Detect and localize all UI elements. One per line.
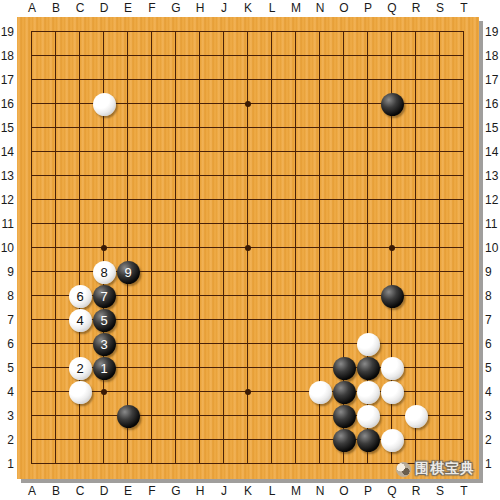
black-stone-O3 [333,405,356,428]
coord-label: 8 [0,284,16,308]
coord-label: 14 [0,140,16,164]
white-stone-C5: 2 [69,357,92,380]
coord-label: 14 [484,140,500,164]
white-stone-C8: 6 [69,285,92,308]
coord-label: Q [380,483,404,499]
black-stone-O5 [333,357,356,380]
black-stone-P5 [357,357,380,380]
coord-label: 3 [0,404,16,428]
coord-label: C [68,483,92,499]
row-labels-right: 19181716151413121110987654321 [484,20,500,476]
black-stone-O4 [333,381,356,404]
coord-label: S [428,0,452,16]
white-stone-Q2 [381,429,404,452]
coord-label: 7 [484,308,500,332]
white-stone-D16 [93,93,116,116]
coord-label: R [404,483,428,499]
coord-label: 12 [0,188,16,212]
star-point [236,236,260,260]
coord-label: C [68,0,92,16]
go-board[interactable]: 896745321 [17,17,479,479]
coord-label: 3 [484,404,500,428]
coord-label: 11 [484,212,500,236]
coord-label: L [260,483,284,499]
white-stone-C4 [69,381,92,404]
coord-label: 13 [0,164,16,188]
star-point [380,236,404,260]
coord-label: G [164,0,188,16]
coord-label: 18 [0,44,16,68]
coord-label: 1 [0,452,16,476]
coord-label: E [116,483,140,499]
row-labels-left: 19181716151413121110987654321 [0,20,16,476]
coord-label: 16 [0,92,16,116]
coord-label: G [164,483,188,499]
board-grid[interactable]: 896745321 [20,20,476,476]
coord-label: Q [380,0,404,16]
coord-label: E [116,0,140,16]
coord-label: M [284,0,308,16]
coord-label: T [452,0,476,16]
star-point [92,236,116,260]
coord-label: 7 [0,308,16,332]
coord-label: P [356,0,380,16]
column-labels-bottom: ABCDEFGHJKLMNOPQRST [20,483,476,499]
coord-label: A [20,0,44,16]
coord-label: B [44,0,68,16]
white-stone-Q4 [381,381,404,404]
black-stone-D8: 7 [93,285,116,308]
coord-label: F [140,483,164,499]
coord-label: 17 [0,68,16,92]
coord-label: N [308,0,332,16]
black-stone-Q16 [381,93,404,116]
coord-label: 19 [0,20,16,44]
coord-label: 6 [0,332,16,356]
coord-label: 19 [484,20,500,44]
coord-label: M [284,483,308,499]
coord-label: D [92,0,116,16]
coord-label: L [260,0,284,16]
coord-label: S [428,483,452,499]
watermark-label: 围棋宝典 [415,460,475,478]
coord-label: R [404,0,428,16]
coord-label: 2 [0,428,16,452]
star-point [92,380,116,404]
coord-label: B [44,483,68,499]
column-labels-top: ABCDEFGHJKLMNOPQRST [20,0,476,16]
black-stone-Q8 [381,285,404,308]
star-point [236,92,260,116]
coord-label: K [236,483,260,499]
coord-label: 8 [484,284,500,308]
coord-label: J [212,0,236,16]
white-stone-P4 [357,381,380,404]
coord-label: F [140,0,164,16]
coord-label: 2 [484,428,500,452]
black-stone-D7: 5 [93,309,116,332]
coord-label: 12 [484,188,500,212]
coord-label: 9 [484,260,500,284]
go-stones-logo-icon [396,462,411,477]
app-watermark: 围棋宝典 [396,459,475,479]
coord-label: N [308,483,332,499]
coord-label: K [236,0,260,16]
coord-label: 1 [484,452,500,476]
white-stone-Q5 [381,357,404,380]
black-stone-E9: 9 [117,261,140,284]
coord-label: 16 [484,92,500,116]
coord-label: P [356,483,380,499]
coord-label: D [92,483,116,499]
coord-label: 15 [484,116,500,140]
coord-label: 13 [484,164,500,188]
coord-label: 18 [484,44,500,68]
coord-label: 9 [0,260,16,284]
coord-label: 4 [484,380,500,404]
white-stone-C7: 4 [69,309,92,332]
coord-label: 6 [484,332,500,356]
white-stone-P3 [357,405,380,428]
white-stone-R3 [405,405,428,428]
coord-label: A [20,483,44,499]
coord-label: J [212,483,236,499]
coord-label: 4 [0,380,16,404]
coord-label: O [332,0,356,16]
coord-label: O [332,483,356,499]
star-point [236,380,260,404]
black-stone-D6: 3 [93,333,116,356]
white-stone-N4 [309,381,332,404]
coord-label: 10 [0,236,16,260]
white-stone-D9: 8 [93,261,116,284]
black-stone-P2 [357,429,380,452]
coord-label: 5 [0,356,16,380]
coord-label: 15 [0,116,16,140]
coord-label: 5 [484,356,500,380]
white-stone-P6 [357,333,380,356]
coord-label: H [188,483,212,499]
coord-label: T [452,483,476,499]
black-stone-D5: 1 [93,357,116,380]
coord-label: 10 [484,236,500,260]
coord-label: 11 [0,212,16,236]
coord-label: H [188,0,212,16]
black-stone-O2 [333,429,356,452]
coord-label: 17 [484,68,500,92]
black-stone-E3 [117,405,140,428]
